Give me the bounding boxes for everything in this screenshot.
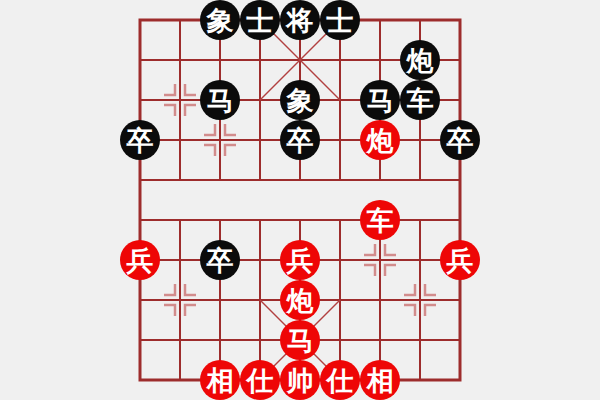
piece-red-king[interactable]: 帅 — [280, 360, 320, 400]
piece-black-advisor[interactable]: 士 — [240, 0, 280, 40]
piece-black-horse[interactable]: 马 — [200, 80, 240, 120]
piece-red-cannon[interactable]: 炮 — [280, 280, 320, 320]
piece-red-cannon[interactable]: 炮 — [360, 120, 400, 160]
piece-black-chariot[interactable]: 车 — [400, 80, 440, 120]
board: 象士将士炮马象马车卒卒炮卒车兵卒兵兵炮马相仕帅仕相 — [120, 0, 480, 400]
piece-black-cannon[interactable]: 炮 — [400, 40, 440, 80]
piece-red-soldier[interactable]: 兵 — [440, 240, 480, 280]
piece-red-soldier[interactable]: 兵 — [280, 240, 320, 280]
piece-red-elephant[interactable]: 相 — [200, 360, 240, 400]
piece-black-soldier[interactable]: 卒 — [200, 240, 240, 280]
xiangqi-app-canvas: 象士将士炮马象马车卒卒炮卒车兵卒兵兵炮马相仕帅仕相 — [0, 0, 600, 400]
piece-red-advisor[interactable]: 仕 — [240, 360, 280, 400]
piece-black-general[interactable]: 将 — [280, 0, 320, 40]
piece-black-elephant[interactable]: 象 — [280, 80, 320, 120]
piece-black-horse[interactable]: 马 — [360, 80, 400, 120]
piece-red-elephant[interactable]: 相 — [360, 360, 400, 400]
piece-red-advisor[interactable]: 仕 — [320, 360, 360, 400]
piece-black-soldier[interactable]: 卒 — [440, 120, 480, 160]
piece-red-chariot[interactable]: 车 — [360, 200, 400, 240]
piece-black-advisor[interactable]: 士 — [320, 0, 360, 40]
piece-black-soldier[interactable]: 卒 — [120, 120, 160, 160]
piece-red-soldier[interactable]: 兵 — [120, 240, 160, 280]
piece-red-horse[interactable]: 马 — [280, 320, 320, 360]
piece-black-soldier[interactable]: 卒 — [280, 120, 320, 160]
piece-black-elephant[interactable]: 象 — [200, 0, 240, 40]
